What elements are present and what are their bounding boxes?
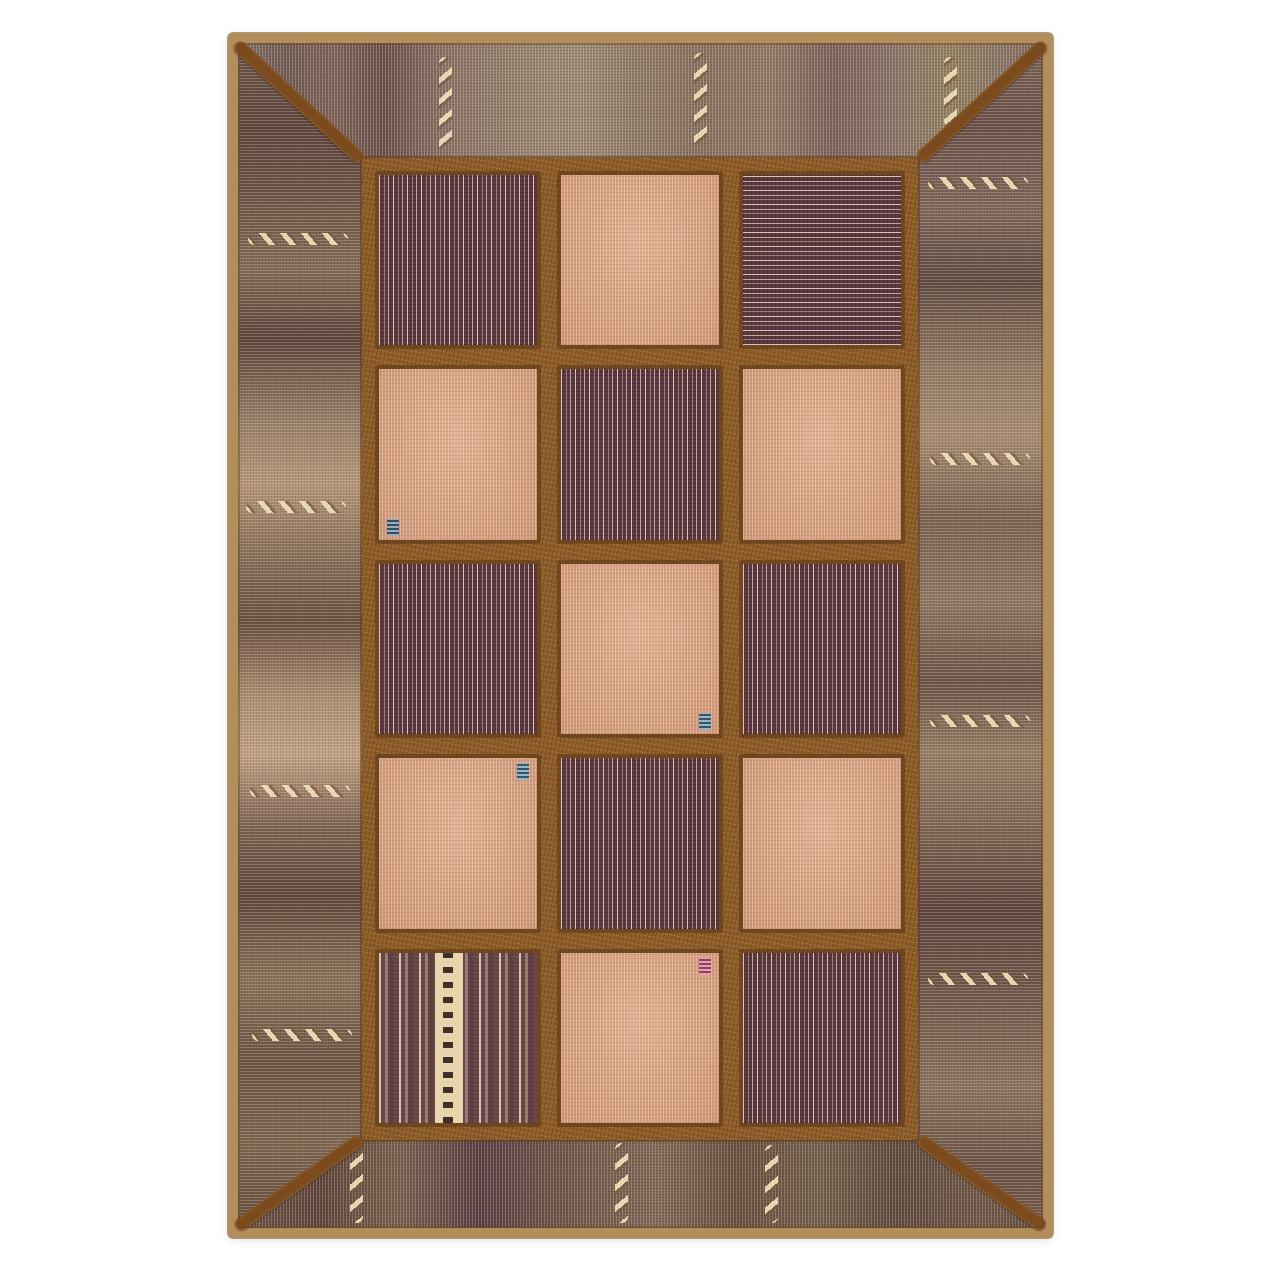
stitch-mark xyxy=(517,763,529,780)
rug-border-bottom xyxy=(238,1140,1043,1228)
stitch-mark xyxy=(699,958,711,975)
rug-border-left xyxy=(238,43,362,1228)
patch-grid xyxy=(362,158,918,1140)
stitch-mark xyxy=(699,713,711,730)
rug-patch-r3c1 xyxy=(376,561,540,737)
rug-patch-r4c3 xyxy=(740,755,904,931)
rug-patch-r2c3 xyxy=(740,366,904,542)
rug-patch-r4c1 xyxy=(376,755,540,931)
rug-patch-r5c2 xyxy=(558,950,722,1126)
rug-border-right xyxy=(918,43,1043,1228)
rug-patch-r1c1 xyxy=(376,172,540,348)
rug-patch-r5c3 xyxy=(740,950,904,1126)
page-background xyxy=(0,0,1280,1280)
rug-patch-r4c2 xyxy=(558,755,722,931)
rug-patch-r2c1 xyxy=(376,366,540,542)
stitch-mark xyxy=(387,519,399,536)
rug-patch-r2c2 xyxy=(558,366,722,542)
rug-patch-r1c2 xyxy=(558,172,722,348)
rug-patch-r3c3 xyxy=(740,561,904,737)
rug-patch-r1c3 xyxy=(740,172,904,348)
rug-patch-r5c1 xyxy=(376,950,540,1126)
rug-photo xyxy=(228,33,1053,1238)
rug-patch-r3c2 xyxy=(558,561,722,737)
rug-border-top xyxy=(238,43,1043,159)
